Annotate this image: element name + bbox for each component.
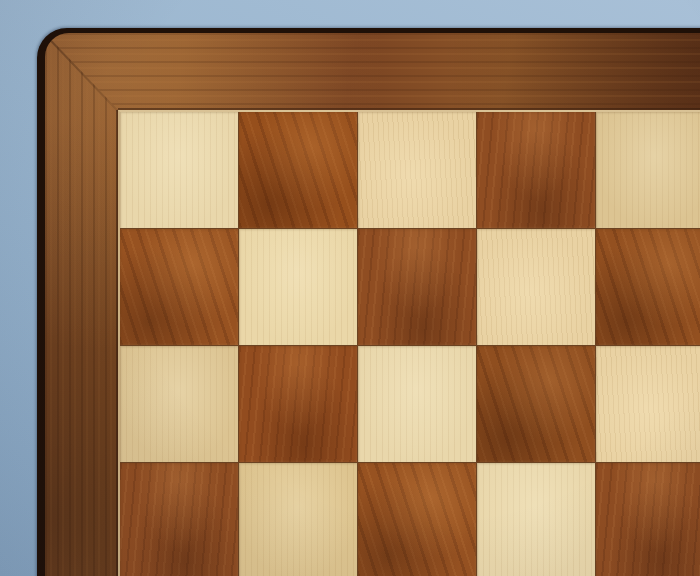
board-square[interactable]	[477, 346, 595, 462]
board-square[interactable]	[120, 229, 238, 345]
board-square[interactable]	[239, 112, 357, 228]
board-square[interactable]	[596, 229, 700, 345]
board-square[interactable]	[239, 229, 357, 345]
board-square[interactable]	[239, 346, 357, 462]
frame-grain-top	[45, 33, 700, 112]
board-square[interactable]	[358, 346, 476, 462]
board-square[interactable]	[477, 463, 595, 576]
board-square[interactable]	[596, 463, 700, 576]
board-square[interactable]	[358, 112, 476, 228]
chessboard	[37, 28, 700, 576]
playing-area	[118, 110, 700, 576]
board-square[interactable]	[239, 463, 357, 576]
board-square[interactable]	[358, 229, 476, 345]
board-frame	[45, 33, 700, 576]
board-square[interactable]	[596, 112, 700, 228]
board-square[interactable]	[120, 463, 238, 576]
board-square[interactable]	[120, 112, 238, 228]
photo-background: { "game": "chess", "position": "8/8/8/8/…	[0, 0, 700, 576]
board-square[interactable]	[477, 112, 595, 228]
board-square[interactable]	[358, 463, 476, 576]
board-square[interactable]	[596, 346, 700, 462]
frame-grain-left	[45, 33, 120, 576]
board-square[interactable]	[477, 229, 595, 345]
board-square[interactable]	[120, 346, 238, 462]
